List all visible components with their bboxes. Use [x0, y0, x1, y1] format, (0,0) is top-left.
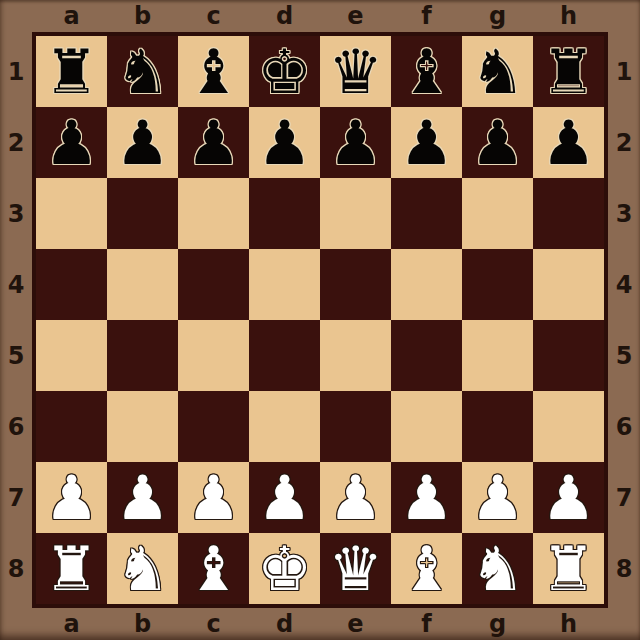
- square-b4[interactable]: [107, 249, 178, 320]
- file-label-f: f: [391, 608, 462, 640]
- rank-label-7: 7: [608, 462, 640, 533]
- file-label-h: h: [533, 608, 604, 640]
- chess-board: ♜♞♝♚♛♝♞♜♟♟♟♟♟♟♟♟♟♟♟♟♟♟♟♟♜♞♝♚♛♝♞♜: [32, 32, 608, 608]
- square-d1[interactable]: ♚: [249, 36, 320, 107]
- square-a7[interactable]: ♟: [36, 462, 107, 533]
- piece-white-king[interactable]: ♚: [257, 533, 312, 604]
- square-a6[interactable]: [36, 391, 107, 462]
- piece-black-rook[interactable]: ♜: [541, 36, 596, 107]
- file-label-b: b: [107, 0, 178, 32]
- piece-black-queen[interactable]: ♛: [328, 36, 383, 107]
- square-h8[interactable]: ♜: [533, 533, 604, 604]
- file-label-f: f: [391, 0, 462, 32]
- piece-white-pawn[interactable]: ♟: [470, 462, 525, 533]
- chess-board-frame: abcdefgh 12345678 ♜♞♝♚♛♝♞♜♟♟♟♟♟♟♟♟♟♟♟♟♟♟…: [0, 0, 640, 640]
- square-d5[interactable]: [249, 320, 320, 391]
- file-label-d: d: [249, 608, 320, 640]
- square-c4[interactable]: [178, 249, 249, 320]
- square-e5[interactable]: [320, 320, 391, 391]
- piece-white-knight[interactable]: ♞: [470, 533, 525, 604]
- piece-black-pawn[interactable]: ♟: [328, 107, 383, 178]
- piece-black-bishop[interactable]: ♝: [186, 36, 241, 107]
- square-f1[interactable]: ♝: [391, 36, 462, 107]
- square-g2[interactable]: ♟: [462, 107, 533, 178]
- square-f4[interactable]: [391, 249, 462, 320]
- square-f7[interactable]: ♟: [391, 462, 462, 533]
- square-e1[interactable]: ♛: [320, 36, 391, 107]
- square-c6[interactable]: [178, 391, 249, 462]
- square-b6[interactable]: [107, 391, 178, 462]
- piece-black-pawn[interactable]: ♟: [115, 107, 170, 178]
- square-d2[interactable]: ♟: [249, 107, 320, 178]
- file-label-a: a: [36, 0, 107, 32]
- rank-label-5: 5: [0, 320, 32, 391]
- square-c2[interactable]: ♟: [178, 107, 249, 178]
- rank-label-4: 4: [608, 249, 640, 320]
- rank-label-6: 6: [608, 391, 640, 462]
- square-d4[interactable]: [249, 249, 320, 320]
- square-h7[interactable]: ♟: [533, 462, 604, 533]
- rank-labels-right: 12345678: [608, 36, 640, 604]
- square-g8[interactable]: ♞: [462, 533, 533, 604]
- square-a8[interactable]: ♜: [36, 533, 107, 604]
- file-label-e: e: [320, 608, 391, 640]
- square-a3[interactable]: [36, 178, 107, 249]
- piece-black-pawn[interactable]: ♟: [541, 107, 596, 178]
- square-f5[interactable]: [391, 320, 462, 391]
- piece-white-pawn[interactable]: ♟: [186, 462, 241, 533]
- square-g4[interactable]: [462, 249, 533, 320]
- square-b3[interactable]: [107, 178, 178, 249]
- file-label-e: e: [320, 0, 391, 32]
- square-h3[interactable]: [533, 178, 604, 249]
- piece-black-king[interactable]: ♚: [257, 36, 312, 107]
- square-h2[interactable]: ♟: [533, 107, 604, 178]
- piece-white-pawn[interactable]: ♟: [541, 462, 596, 533]
- square-f6[interactable]: [391, 391, 462, 462]
- square-h6[interactable]: [533, 391, 604, 462]
- rank-label-4: 4: [0, 249, 32, 320]
- piece-white-bishop[interactable]: ♝: [186, 533, 241, 604]
- rank-label-7: 7: [0, 462, 32, 533]
- square-f2[interactable]: ♟: [391, 107, 462, 178]
- square-c1[interactable]: ♝: [178, 36, 249, 107]
- square-e8[interactable]: ♛: [320, 533, 391, 604]
- square-c8[interactable]: ♝: [178, 533, 249, 604]
- square-d3[interactable]: [249, 178, 320, 249]
- rank-label-2: 2: [608, 107, 640, 178]
- piece-black-pawn[interactable]: ♟: [257, 107, 312, 178]
- file-labels-top: abcdefgh: [36, 0, 604, 32]
- square-a4[interactable]: [36, 249, 107, 320]
- square-h4[interactable]: [533, 249, 604, 320]
- rank-label-3: 3: [0, 178, 32, 249]
- rank-label-6: 6: [0, 391, 32, 462]
- square-e6[interactable]: [320, 391, 391, 462]
- file-label-d: d: [249, 0, 320, 32]
- rank-label-8: 8: [608, 533, 640, 604]
- square-e2[interactable]: ♟: [320, 107, 391, 178]
- file-label-b: b: [107, 608, 178, 640]
- square-a1[interactable]: ♜: [36, 36, 107, 107]
- piece-white-rook[interactable]: ♜: [541, 533, 596, 604]
- square-d7[interactable]: ♟: [249, 462, 320, 533]
- square-h1[interactable]: ♜: [533, 36, 604, 107]
- file-label-a: a: [36, 608, 107, 640]
- piece-white-pawn[interactable]: ♟: [257, 462, 312, 533]
- square-c5[interactable]: [178, 320, 249, 391]
- file-labels-bottom: abcdefgh: [36, 608, 604, 640]
- piece-white-pawn[interactable]: ♟: [328, 462, 383, 533]
- rank-label-8: 8: [0, 533, 32, 604]
- square-d8[interactable]: ♚: [249, 533, 320, 604]
- rank-label-5: 5: [608, 320, 640, 391]
- piece-white-knight[interactable]: ♞: [115, 533, 170, 604]
- square-b8[interactable]: ♞: [107, 533, 178, 604]
- file-label-c: c: [178, 0, 249, 32]
- square-a5[interactable]: [36, 320, 107, 391]
- piece-black-knight[interactable]: ♞: [115, 36, 170, 107]
- piece-white-queen[interactable]: ♛: [328, 533, 383, 604]
- piece-black-bishop[interactable]: ♝: [399, 36, 454, 107]
- piece-black-pawn[interactable]: ♟: [470, 107, 525, 178]
- file-label-h: h: [533, 0, 604, 32]
- file-label-g: g: [462, 608, 533, 640]
- square-c7[interactable]: ♟: [178, 462, 249, 533]
- piece-white-rook[interactable]: ♜: [44, 533, 99, 604]
- piece-black-rook[interactable]: ♜: [44, 36, 99, 107]
- piece-black-pawn[interactable]: ♟: [44, 107, 99, 178]
- square-g5[interactable]: [462, 320, 533, 391]
- square-e7[interactable]: ♟: [320, 462, 391, 533]
- piece-white-pawn[interactable]: ♟: [399, 462, 454, 533]
- rank-label-1: 1: [608, 36, 640, 107]
- square-c3[interactable]: [178, 178, 249, 249]
- square-g6[interactable]: [462, 391, 533, 462]
- piece-black-knight[interactable]: ♞: [470, 36, 525, 107]
- rank-labels-left: 12345678: [0, 36, 32, 604]
- piece-white-pawn[interactable]: ♟: [115, 462, 170, 533]
- piece-black-pawn[interactable]: ♟: [399, 107, 454, 178]
- piece-black-pawn[interactable]: ♟: [186, 107, 241, 178]
- square-g1[interactable]: ♞: [462, 36, 533, 107]
- square-h5[interactable]: [533, 320, 604, 391]
- square-b1[interactable]: ♞: [107, 36, 178, 107]
- file-label-g: g: [462, 0, 533, 32]
- square-f3[interactable]: [391, 178, 462, 249]
- square-b2[interactable]: ♟: [107, 107, 178, 178]
- rank-label-1: 1: [0, 36, 32, 107]
- square-d6[interactable]: [249, 391, 320, 462]
- file-label-c: c: [178, 608, 249, 640]
- piece-white-bishop[interactable]: ♝: [399, 533, 454, 604]
- rank-label-2: 2: [0, 107, 32, 178]
- piece-white-pawn[interactable]: ♟: [44, 462, 99, 533]
- square-a2[interactable]: ♟: [36, 107, 107, 178]
- square-g3[interactable]: [462, 178, 533, 249]
- square-g7[interactable]: ♟: [462, 462, 533, 533]
- rank-label-3: 3: [608, 178, 640, 249]
- square-e3[interactable]: [320, 178, 391, 249]
- square-f8[interactable]: ♝: [391, 533, 462, 604]
- square-e4[interactable]: [320, 249, 391, 320]
- square-b7[interactable]: ♟: [107, 462, 178, 533]
- square-b5[interactable]: [107, 320, 178, 391]
